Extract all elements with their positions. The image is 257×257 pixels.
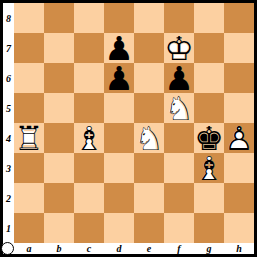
white-piece-outline: ♔︎ xyxy=(164,33,194,63)
white-piece-fill: ♜︎ xyxy=(14,123,44,153)
square-g8[interactable] xyxy=(194,3,224,33)
square-a5[interactable] xyxy=(14,93,44,123)
square-e7[interactable] xyxy=(134,33,164,63)
square-b3[interactable] xyxy=(44,153,74,183)
square-e6[interactable] xyxy=(134,63,164,93)
square-b4[interactable] xyxy=(44,123,74,153)
side-to-move-indicator xyxy=(1,242,14,255)
white-piece-fill: ♝︎ xyxy=(194,153,224,183)
square-a4[interactable]: ♜︎♖︎ xyxy=(14,123,44,153)
square-g2[interactable] xyxy=(194,183,224,213)
square-c5[interactable] xyxy=(74,93,104,123)
square-h7[interactable] xyxy=(224,33,254,63)
black-piece-glyph: ♟︎ xyxy=(164,63,194,93)
square-e2[interactable] xyxy=(134,183,164,213)
white-piece-outline: ♘︎ xyxy=(134,123,164,153)
white-piece-outline: ♘︎ xyxy=(164,93,194,123)
black-piece-glyph: ♚︎ xyxy=(194,123,224,153)
square-c1[interactable] xyxy=(74,213,104,243)
square-h3[interactable] xyxy=(224,153,254,183)
square-f8[interactable] xyxy=(164,3,194,33)
square-a7[interactable] xyxy=(14,33,44,63)
file-label-a: a xyxy=(14,243,44,254)
file-label-d: d xyxy=(104,243,134,254)
white-piece-fill: ♟︎ xyxy=(224,123,254,153)
square-e1[interactable] xyxy=(134,213,164,243)
piece-white-knight[interactable]: ♞︎♘︎ xyxy=(164,93,194,123)
rank-label-1: 1 xyxy=(3,213,14,243)
white-piece-fill: ♚︎ xyxy=(164,33,194,63)
piece-white-rook[interactable]: ♜︎♖︎ xyxy=(14,123,44,153)
square-a2[interactable] xyxy=(14,183,44,213)
piece-black-pawn[interactable]: ♟︎ xyxy=(164,63,194,93)
white-piece-fill: ♝︎ xyxy=(74,123,104,153)
square-c7[interactable] xyxy=(74,33,104,63)
piece-white-bishop[interactable]: ♝︎♗︎ xyxy=(194,153,224,183)
file-coordinates: abcdefgh xyxy=(14,243,254,254)
piece-white-bishop[interactable]: ♝︎♗︎ xyxy=(74,123,104,153)
square-e8[interactable] xyxy=(134,3,164,33)
file-label-f: f xyxy=(164,243,194,254)
square-c4[interactable]: ♝︎♗︎ xyxy=(74,123,104,153)
rank-label-4: 4 xyxy=(3,123,14,153)
piece-white-king[interactable]: ♚︎♔︎ xyxy=(164,33,194,63)
square-a8[interactable] xyxy=(14,3,44,33)
square-h2[interactable] xyxy=(224,183,254,213)
square-d5[interactable] xyxy=(104,93,134,123)
square-d6[interactable]: ♟︎ xyxy=(104,63,134,93)
square-g4[interactable]: ♚︎ xyxy=(194,123,224,153)
file-label-e: e xyxy=(134,243,164,254)
square-g3[interactable]: ♝︎♗︎ xyxy=(194,153,224,183)
square-g1[interactable] xyxy=(194,213,224,243)
square-d1[interactable] xyxy=(104,213,134,243)
rank-label-7: 7 xyxy=(3,33,14,63)
square-e5[interactable] xyxy=(134,93,164,123)
rank-coordinates: 87654321 xyxy=(3,3,14,243)
square-h8[interactable] xyxy=(224,3,254,33)
white-piece-fill: ♞︎ xyxy=(164,93,194,123)
piece-black-king[interactable]: ♚︎ xyxy=(194,123,224,153)
diagram-background: ♟︎♚︎♔︎♟︎♟︎♞︎♘︎♜︎♖︎♝︎♗︎♞︎♘︎♚︎♟︎♙︎♝︎♗︎ 876… xyxy=(3,3,254,254)
rank-label-8: 8 xyxy=(3,3,14,33)
square-b8[interactable] xyxy=(44,3,74,33)
white-piece-outline: ♖︎ xyxy=(14,123,44,153)
square-h6[interactable] xyxy=(224,63,254,93)
square-h4[interactable]: ♟︎♙︎ xyxy=(224,123,254,153)
square-d4[interactable] xyxy=(104,123,134,153)
white-piece-outline: ♗︎ xyxy=(74,123,104,153)
square-b2[interactable] xyxy=(44,183,74,213)
square-b7[interactable] xyxy=(44,33,74,63)
square-d2[interactable] xyxy=(104,183,134,213)
square-a6[interactable] xyxy=(14,63,44,93)
file-label-h: h xyxy=(224,243,254,254)
square-c3[interactable] xyxy=(74,153,104,183)
square-f1[interactable] xyxy=(164,213,194,243)
file-label-g: g xyxy=(194,243,224,254)
square-a3[interactable] xyxy=(14,153,44,183)
white-piece-outline: ♙︎ xyxy=(224,123,254,153)
black-piece-glyph: ♟︎ xyxy=(104,63,134,93)
square-f7[interactable]: ♚︎♔︎ xyxy=(164,33,194,63)
rank-label-6: 6 xyxy=(3,63,14,93)
square-d8[interactable] xyxy=(104,3,134,33)
square-b6[interactable] xyxy=(44,63,74,93)
rank-label-5: 5 xyxy=(3,93,14,123)
square-c6[interactable] xyxy=(74,63,104,93)
square-d3[interactable] xyxy=(104,153,134,183)
square-g6[interactable] xyxy=(194,63,224,93)
chess-board: ♟︎♚︎♔︎♟︎♟︎♞︎♘︎♜︎♖︎♝︎♗︎♞︎♘︎♚︎♟︎♙︎♝︎♗︎ xyxy=(14,3,254,243)
square-g5[interactable] xyxy=(194,93,224,123)
square-f6[interactable]: ♟︎ xyxy=(164,63,194,93)
square-c8[interactable] xyxy=(74,3,104,33)
square-c2[interactable] xyxy=(74,183,104,213)
piece-white-knight[interactable]: ♞︎♘︎ xyxy=(134,123,164,153)
square-b1[interactable] xyxy=(44,213,74,243)
square-g7[interactable] xyxy=(194,33,224,63)
chess-diagram-frame: ♟︎♚︎♔︎♟︎♟︎♞︎♘︎♜︎♖︎♝︎♗︎♞︎♘︎♚︎♟︎♙︎♝︎♗︎ 876… xyxy=(0,0,257,257)
square-e4[interactable]: ♞︎♘︎ xyxy=(134,123,164,153)
piece-black-pawn[interactable]: ♟︎ xyxy=(104,63,134,93)
square-h5[interactable] xyxy=(224,93,254,123)
rank-label-3: 3 xyxy=(3,153,14,183)
square-f4[interactable] xyxy=(164,123,194,153)
piece-black-pawn[interactable]: ♟︎ xyxy=(104,33,134,63)
square-f2[interactable] xyxy=(164,183,194,213)
square-f5[interactable]: ♞︎♘︎ xyxy=(164,93,194,123)
rank-label-2: 2 xyxy=(3,183,14,213)
square-d7[interactable]: ♟︎ xyxy=(104,33,134,63)
file-label-b: b xyxy=(44,243,74,254)
square-b5[interactable] xyxy=(44,93,74,123)
square-h1[interactable] xyxy=(224,213,254,243)
square-a1[interactable] xyxy=(14,213,44,243)
square-e3[interactable] xyxy=(134,153,164,183)
black-piece-glyph: ♟︎ xyxy=(104,33,134,63)
white-piece-fill: ♞︎ xyxy=(134,123,164,153)
file-label-c: c xyxy=(74,243,104,254)
piece-white-pawn[interactable]: ♟︎♙︎ xyxy=(224,123,254,153)
white-piece-outline: ♗︎ xyxy=(194,153,224,183)
square-f3[interactable] xyxy=(164,153,194,183)
